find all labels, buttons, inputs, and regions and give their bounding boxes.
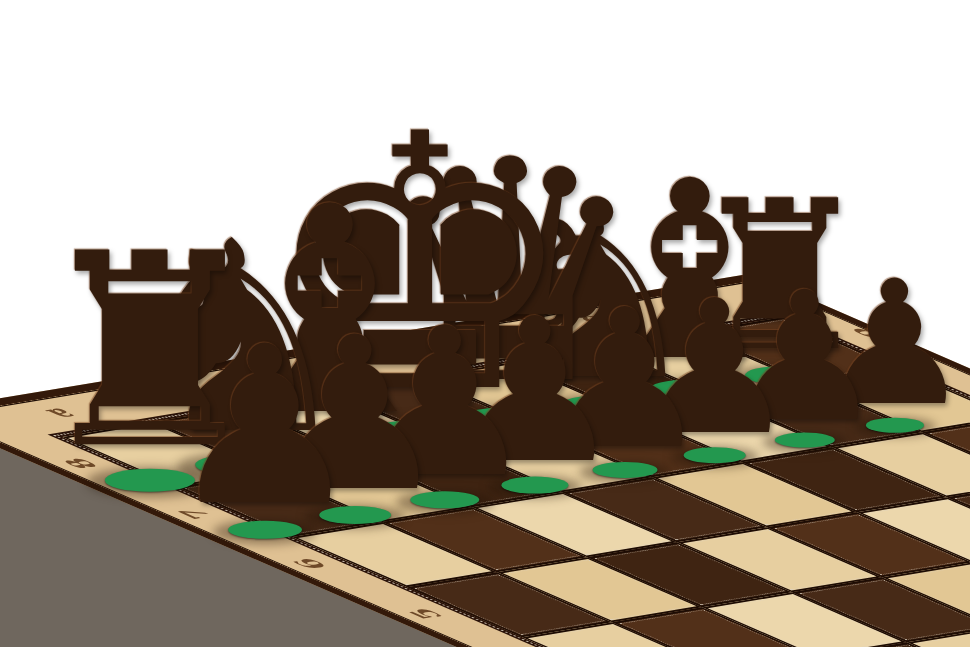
rank-label-left-5: 5 [400,607,450,621]
file-label-d: d [306,360,360,379]
file-label-b: b [126,390,180,409]
rank-label-left-7: 7 [170,506,220,520]
rank-label-right-8: 8 [844,325,894,339]
file-label-h: h [666,300,720,319]
file-label-a: a [37,405,89,424]
file-label-c: c [217,375,269,393]
rank-label-left-8: 8 [55,456,105,470]
studio-scene: abcdefgh8877665544332211 ♜♞♝♚♛♞♝♜♟♟♟♟♟♟♟… [0,0,970,647]
rank-label-right-7: 7 [959,375,970,389]
file-label-e: e [397,345,449,364]
file-label-g: g [576,315,630,334]
rank-label-left-6: 6 [285,557,335,571]
file-label-f: f [490,331,537,349]
